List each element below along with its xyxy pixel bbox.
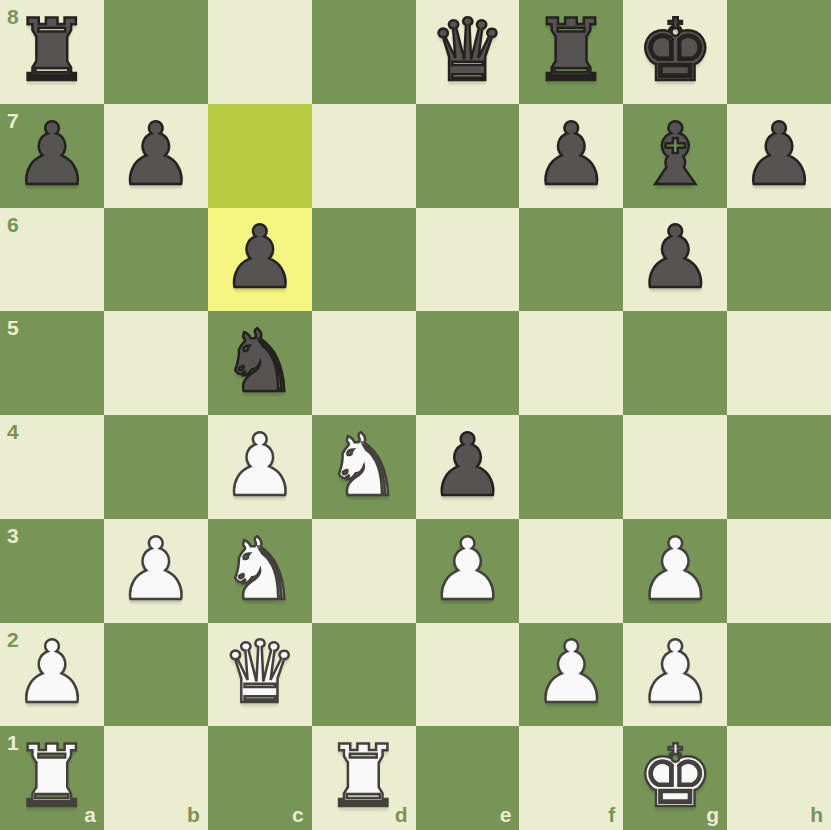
- black-pawn-piece[interactable]: ♟: [13, 111, 90, 197]
- square-c4[interactable]: ♟: [208, 415, 312, 519]
- square-f8[interactable]: ♜: [519, 0, 623, 104]
- white-pawn-piece[interactable]: ♟: [221, 422, 298, 508]
- file-label-h: h: [810, 804, 823, 825]
- white-pawn-piece[interactable]: ♟: [117, 526, 194, 612]
- black-knight-piece[interactable]: ♞: [221, 318, 298, 404]
- square-h7[interactable]: ♟: [727, 104, 831, 208]
- white-knight-piece[interactable]: ♞: [325, 422, 402, 508]
- square-d8[interactable]: [312, 0, 416, 104]
- square-b8[interactable]: [104, 0, 208, 104]
- white-knight-piece[interactable]: ♞: [221, 526, 298, 612]
- black-pawn-piece[interactable]: ♟: [637, 214, 714, 300]
- square-f6[interactable]: [519, 208, 623, 312]
- file-label-e: e: [500, 804, 512, 825]
- square-f1[interactable]: f: [519, 726, 623, 830]
- square-g5[interactable]: [623, 311, 727, 415]
- black-pawn-piece[interactable]: ♟: [741, 111, 818, 197]
- square-f5[interactable]: [519, 311, 623, 415]
- square-c3[interactable]: ♞: [208, 519, 312, 623]
- file-label-f: f: [608, 804, 615, 825]
- square-e1[interactable]: e: [416, 726, 520, 830]
- square-g4[interactable]: [623, 415, 727, 519]
- square-a3[interactable]: 3: [0, 519, 104, 623]
- square-h5[interactable]: [727, 311, 831, 415]
- square-e3[interactable]: ♟: [416, 519, 520, 623]
- square-h1[interactable]: h: [727, 726, 831, 830]
- square-f2[interactable]: ♟: [519, 623, 623, 727]
- rank-label-3: 3: [7, 525, 19, 546]
- white-pawn-piece[interactable]: ♟: [13, 629, 90, 715]
- square-c6[interactable]: ♟: [208, 208, 312, 312]
- square-a6[interactable]: 6: [0, 208, 104, 312]
- square-g1[interactable]: g♚: [623, 726, 727, 830]
- square-g7[interactable]: ♝: [623, 104, 727, 208]
- square-f4[interactable]: [519, 415, 623, 519]
- black-pawn-piece[interactable]: ♟: [429, 422, 506, 508]
- square-h6[interactable]: [727, 208, 831, 312]
- square-b7[interactable]: ♟: [104, 104, 208, 208]
- white-pawn-piece[interactable]: ♟: [637, 629, 714, 715]
- square-a2[interactable]: 2♟: [0, 623, 104, 727]
- square-e4[interactable]: ♟: [416, 415, 520, 519]
- square-d2[interactable]: [312, 623, 416, 727]
- square-g2[interactable]: ♟: [623, 623, 727, 727]
- square-h3[interactable]: [727, 519, 831, 623]
- square-a1[interactable]: 1a♜: [0, 726, 104, 830]
- square-b4[interactable]: [104, 415, 208, 519]
- square-g8[interactable]: ♚: [623, 0, 727, 104]
- rank-label-5: 5: [7, 317, 19, 338]
- white-pawn-piece[interactable]: ♟: [637, 526, 714, 612]
- square-d4[interactable]: ♞: [312, 415, 416, 519]
- square-h8[interactable]: [727, 0, 831, 104]
- white-rook-piece[interactable]: ♜: [325, 733, 402, 819]
- white-rook-piece[interactable]: ♜: [13, 733, 90, 819]
- square-e2[interactable]: [416, 623, 520, 727]
- square-b1[interactable]: b: [104, 726, 208, 830]
- square-c8[interactable]: [208, 0, 312, 104]
- square-h2[interactable]: [727, 623, 831, 727]
- square-c7[interactable]: [208, 104, 312, 208]
- black-rook-piece[interactable]: ♜: [13, 7, 90, 93]
- white-pawn-piece[interactable]: ♟: [533, 629, 610, 715]
- square-b2[interactable]: [104, 623, 208, 727]
- square-e6[interactable]: [416, 208, 520, 312]
- square-d6[interactable]: [312, 208, 416, 312]
- chess-board: 8♜♛♜♚7♟♟♟♝♟6♟♟5♞4♟♞♟3♟♞♟♟2♟♛♟♟1a♜bcd♜efg…: [0, 0, 831, 830]
- file-label-b: b: [187, 804, 200, 825]
- square-c5[interactable]: ♞: [208, 311, 312, 415]
- square-a8[interactable]: 8♜: [0, 0, 104, 104]
- square-d3[interactable]: [312, 519, 416, 623]
- rank-label-4: 4: [7, 421, 19, 442]
- black-rook-piece[interactable]: ♜: [533, 7, 610, 93]
- square-a5[interactable]: 5: [0, 311, 104, 415]
- black-king-piece[interactable]: ♚: [637, 7, 714, 93]
- square-a7[interactable]: 7♟: [0, 104, 104, 208]
- black-pawn-piece[interactable]: ♟: [221, 214, 298, 300]
- square-b5[interactable]: [104, 311, 208, 415]
- square-h4[interactable]: [727, 415, 831, 519]
- black-pawn-piece[interactable]: ♟: [533, 111, 610, 197]
- white-pawn-piece[interactable]: ♟: [429, 526, 506, 612]
- square-e7[interactable]: [416, 104, 520, 208]
- black-pawn-piece[interactable]: ♟: [117, 111, 194, 197]
- square-f3[interactable]: [519, 519, 623, 623]
- black-queen-piece[interactable]: ♛: [429, 7, 506, 93]
- square-d1[interactable]: d♜: [312, 726, 416, 830]
- square-g3[interactable]: ♟: [623, 519, 727, 623]
- square-f7[interactable]: ♟: [519, 104, 623, 208]
- file-label-c: c: [292, 804, 304, 825]
- square-d7[interactable]: [312, 104, 416, 208]
- square-a4[interactable]: 4: [0, 415, 104, 519]
- square-g6[interactable]: ♟: [623, 208, 727, 312]
- square-d5[interactable]: [312, 311, 416, 415]
- square-e5[interactable]: [416, 311, 520, 415]
- white-queen-piece[interactable]: ♛: [221, 629, 298, 715]
- square-b6[interactable]: [104, 208, 208, 312]
- rank-label-6: 6: [7, 214, 19, 235]
- white-king-piece[interactable]: ♚: [637, 733, 714, 819]
- square-c1[interactable]: c: [208, 726, 312, 830]
- square-b3[interactable]: ♟: [104, 519, 208, 623]
- square-c2[interactable]: ♛: [208, 623, 312, 727]
- black-bishop-piece[interactable]: ♝: [637, 111, 714, 197]
- square-e8[interactable]: ♛: [416, 0, 520, 104]
